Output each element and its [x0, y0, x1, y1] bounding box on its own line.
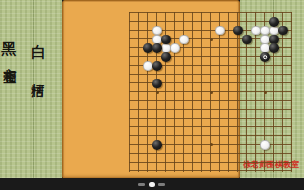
- star-point: [210, 38, 213, 41]
- star-point: [210, 143, 213, 146]
- video-frame: 黑 白 卞相壹 柯洁 徐老师围棋教室: [0, 0, 304, 190]
- black-player-name: 卞相壹: [2, 57, 17, 60]
- black-stone: [260, 52, 270, 62]
- forward-icon[interactable]: [158, 183, 165, 186]
- scrubber-knob-icon[interactable]: [149, 182, 155, 188]
- white-stone: [260, 140, 270, 150]
- white-stone: [179, 35, 189, 45]
- black-stone: [233, 26, 243, 36]
- white-stone: [152, 26, 162, 36]
- black-stone: [278, 26, 288, 36]
- star-point: [264, 91, 267, 94]
- black-stone: [161, 35, 171, 45]
- star-point: [156, 91, 159, 94]
- black-stone: [152, 61, 162, 71]
- black-stone: [152, 79, 162, 89]
- white-player-name: 柯洁: [30, 72, 45, 74]
- black-stone: [152, 43, 162, 53]
- last-move-marker: [263, 55, 267, 59]
- black-stone: [161, 52, 171, 62]
- black-stone: [269, 17, 279, 27]
- rewind-icon[interactable]: [138, 183, 145, 186]
- video-control-bar[interactable]: [0, 178, 304, 190]
- black-stone: [152, 140, 162, 150]
- tatami-left-panel: 黑 白 卞相壹 柯洁: [0, 0, 62, 178]
- black-stone: [242, 35, 252, 45]
- white-stone: [215, 26, 225, 36]
- star-point: [210, 91, 213, 94]
- black-stone: [269, 43, 279, 53]
- go-board: [62, 0, 240, 179]
- board-grid: [126, 9, 297, 176]
- white-stone: [170, 43, 180, 53]
